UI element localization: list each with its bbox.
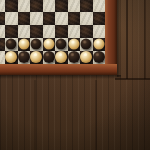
board-square[interactable]	[93, 25, 106, 38]
chess-piece-dark[interactable]	[56, 38, 67, 49]
chess-piece-dark[interactable]	[31, 38, 42, 49]
board-square[interactable]	[93, 0, 106, 12]
board-square[interactable]	[55, 25, 68, 38]
board-square[interactable]	[93, 38, 106, 51]
plank-seam	[144, 0, 146, 79]
board-square[interactable]	[43, 51, 56, 64]
board-square[interactable]	[93, 12, 106, 25]
chess-piece-dark[interactable]	[43, 51, 55, 63]
chess-piece-light[interactable]	[43, 38, 54, 49]
board-square[interactable]	[5, 25, 18, 38]
board-square[interactable]	[5, 38, 18, 51]
board-square[interactable]	[43, 0, 56, 12]
board-square[interactable]	[55, 0, 68, 12]
chess-piece-light[interactable]	[68, 38, 79, 49]
board-square[interactable]	[30, 25, 43, 38]
board-square[interactable]	[30, 12, 43, 25]
board-square[interactable]	[80, 51, 93, 64]
board-square[interactable]	[68, 0, 81, 12]
board-square[interactable]	[30, 38, 43, 51]
board-shadow	[0, 75, 121, 79]
chess-piece-light[interactable]	[30, 51, 42, 63]
plank-seam	[95, 80, 97, 150]
board-square[interactable]	[68, 25, 81, 38]
chess-piece-dark[interactable]	[81, 38, 92, 49]
chess-piece-light[interactable]	[93, 38, 104, 49]
board-square[interactable]	[55, 38, 68, 51]
wood-table-background	[0, 0, 150, 150]
board-shadow	[117, 0, 121, 77]
chess-piece-light[interactable]	[18, 38, 29, 49]
chess-piece-light[interactable]	[80, 51, 92, 63]
board-square[interactable]	[55, 12, 68, 25]
board-square[interactable]	[68, 12, 81, 25]
board-square[interactable]	[18, 38, 31, 51]
board-square[interactable]	[80, 12, 93, 25]
chess-board-squares	[0, 0, 105, 64]
board-square[interactable]	[43, 38, 56, 51]
board-square[interactable]	[80, 25, 93, 38]
board-frame-bottom	[0, 64, 117, 75]
board-square[interactable]	[5, 51, 18, 64]
chess-piece-light[interactable]	[5, 51, 17, 63]
chess-board	[0, 0, 117, 75]
board-square[interactable]	[5, 12, 18, 25]
chess-piece-dark[interactable]	[18, 51, 30, 63]
board-square[interactable]	[68, 51, 81, 64]
board-square[interactable]	[80, 38, 93, 51]
board-square[interactable]	[18, 25, 31, 38]
board-square[interactable]	[68, 38, 81, 51]
board-square[interactable]	[80, 0, 93, 12]
chess-piece-light[interactable]	[55, 51, 67, 63]
board-square[interactable]	[43, 12, 56, 25]
plank-seam	[34, 80, 36, 150]
board-square[interactable]	[18, 0, 31, 12]
chess-piece-dark[interactable]	[93, 51, 105, 63]
chess-piece-dark[interactable]	[6, 38, 17, 49]
board-square[interactable]	[43, 25, 56, 38]
plank-seam	[126, 0, 128, 79]
board-square[interactable]	[93, 51, 106, 64]
board-square[interactable]	[5, 0, 18, 12]
board-square[interactable]	[18, 12, 31, 25]
board-square[interactable]	[55, 51, 68, 64]
board-square[interactable]	[30, 0, 43, 12]
chess-piece-dark[interactable]	[68, 51, 80, 63]
board-square[interactable]	[30, 51, 43, 64]
board-square[interactable]	[18, 51, 31, 64]
